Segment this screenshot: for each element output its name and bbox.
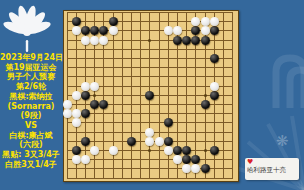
go-stone-white <box>191 17 200 26</box>
go-stone-white <box>191 164 200 173</box>
go-stone-black <box>81 91 90 100</box>
grid-vline <box>232 12 233 179</box>
go-stone-white <box>72 109 81 118</box>
panel-line-10: 黑贴: 3又3/4子 <box>0 150 62 160</box>
go-stone-black <box>127 137 136 146</box>
info-panel: 2023年9月24日第19届亚运会男子个人预赛第2/6轮黑棋:索纳拉(Sorna… <box>0 0 63 190</box>
go-stone-black <box>201 36 210 45</box>
go-stone-white <box>201 26 210 35</box>
go-stone-black <box>210 91 219 100</box>
go-stone-black <box>109 17 118 26</box>
hoshi-point <box>204 94 207 97</box>
go-stone-black <box>182 146 191 155</box>
go-stone-black <box>72 146 81 155</box>
go-stone-black <box>191 155 200 164</box>
go-stone-white <box>63 100 72 109</box>
go-stone-black <box>173 36 182 45</box>
svg-text:❋: ❋ <box>276 132 289 150</box>
go-stone-black <box>210 146 219 155</box>
go-stone-black <box>145 91 154 100</box>
go-stone-black <box>210 26 219 35</box>
go-stone-white <box>72 155 81 164</box>
go-stone-black <box>164 137 173 146</box>
grid-hline <box>67 178 234 179</box>
go-stone-white <box>210 82 219 91</box>
asian-games-flower-logo <box>2 2 54 54</box>
hoshi-point <box>204 149 207 152</box>
go-stone-white <box>90 146 99 155</box>
go-stone-white <box>81 82 90 91</box>
grid-hline <box>67 122 234 123</box>
go-stone-white <box>72 118 81 127</box>
go-stone-black <box>72 17 81 26</box>
go-stone-white <box>99 36 108 45</box>
go-stone-white <box>109 146 118 155</box>
hoshi-point <box>148 149 151 152</box>
go-stone-white <box>164 26 173 35</box>
match-info-text: 2023年9月24日第19届亚运会男子个人预赛第2/6轮黑棋:索纳拉(Sorna… <box>0 53 62 169</box>
go-stone-white <box>155 137 164 146</box>
panel-line-7: VS <box>0 121 62 131</box>
go-stone-white <box>63 109 72 118</box>
grid-hline <box>67 159 234 160</box>
panel-line-9: (六段) <box>0 140 62 150</box>
go-stone-white <box>90 82 99 91</box>
go-stone-white <box>81 36 90 45</box>
hoshi-point <box>148 39 151 42</box>
go-stone-black <box>173 146 182 155</box>
go-stone-white <box>145 128 154 137</box>
go-stone-black <box>210 54 219 63</box>
grid-vline <box>159 12 160 179</box>
go-stone-white <box>72 91 81 100</box>
grid-vline <box>223 12 224 179</box>
go-stone-black <box>81 109 90 118</box>
hoshi-point <box>93 94 96 97</box>
go-stone-white <box>182 164 191 173</box>
go-stone-black <box>81 26 90 35</box>
go-stone-black <box>201 100 210 109</box>
go-stone-black <box>182 155 191 164</box>
go-stone-black <box>201 164 210 173</box>
panel-line-8: 白棋:康占斌 <box>0 131 62 141</box>
go-stone-white <box>72 26 81 35</box>
watermark-text: 哈利路亚十亮 <box>247 166 297 174</box>
go-stone-black <box>81 137 90 146</box>
go-stone-black <box>164 118 173 127</box>
panel-line-11: 白胜3又1/4子 <box>0 160 62 170</box>
go-stone-black <box>90 26 99 35</box>
go-board <box>63 10 239 182</box>
go-stone-white <box>164 146 173 155</box>
go-stone-white <box>173 155 182 164</box>
heart-icon: ♥ <box>247 159 297 166</box>
go-stone-black <box>191 36 200 45</box>
panel-line-6: (9段) <box>0 111 62 121</box>
go-stone-white <box>81 155 90 164</box>
grid-hline <box>67 113 234 114</box>
broadcast-frame: ❋ 2023年9月24日第19届亚运会男子个人预赛第2/6轮黑棋:索纳拉(Sor… <box>0 0 304 190</box>
go-stone-black <box>191 26 200 35</box>
go-stone-black <box>99 26 108 35</box>
go-stone-white <box>90 36 99 45</box>
panel-line-3: 第2/6轮 <box>0 82 62 92</box>
panel-line-2: 男子个人预赛 <box>0 72 62 82</box>
go-stone-white <box>201 17 210 26</box>
panel-line-4: 黑棋:索纳拉 <box>0 92 62 102</box>
panel-line-0: 2023年9月24日 <box>0 53 62 63</box>
panel-line-5: (Sornarra) <box>0 102 62 112</box>
go-stone-black <box>99 100 108 109</box>
go-stone-white <box>145 137 154 146</box>
go-stone-black <box>182 36 191 45</box>
go-stone-black <box>90 100 99 109</box>
watermark-badge: ♥ 哈利路亚十亮 <box>245 158 299 180</box>
panel-line-1: 第19届亚运会 <box>0 63 62 73</box>
go-stone-white <box>173 26 182 35</box>
go-stone-white <box>210 17 219 26</box>
go-stone-white <box>109 26 118 35</box>
